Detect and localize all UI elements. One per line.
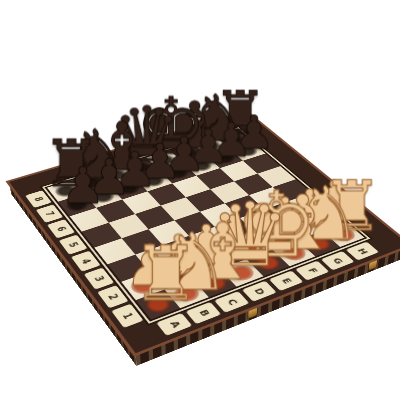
rank-label-text: 7	[43, 210, 55, 217]
white-rook-glyph: ♜	[96, 237, 234, 313]
rank-label-text: 5	[67, 241, 80, 248]
chess-set-photo: 87654321 ABCDEFGH ♜♞♝♛♚♝♞♜♟♟♟♟♟♟♟♟♟♟♟♟♟♟…	[0, 0, 400, 400]
chess-board: 87654321 ABCDEFGH ♜♞♝♛♚♝♞♜♟♟♟♟♟♟♟♟♟♟♟♟♟♟…	[5, 110, 400, 357]
black-pawn-glyph: ♟	[23, 161, 143, 211]
brass-clasp-icon	[248, 307, 257, 319]
rank-label-text: 6	[55, 225, 67, 232]
file-label-text: A	[167, 320, 182, 329]
brass-clasp-icon	[369, 259, 378, 270]
